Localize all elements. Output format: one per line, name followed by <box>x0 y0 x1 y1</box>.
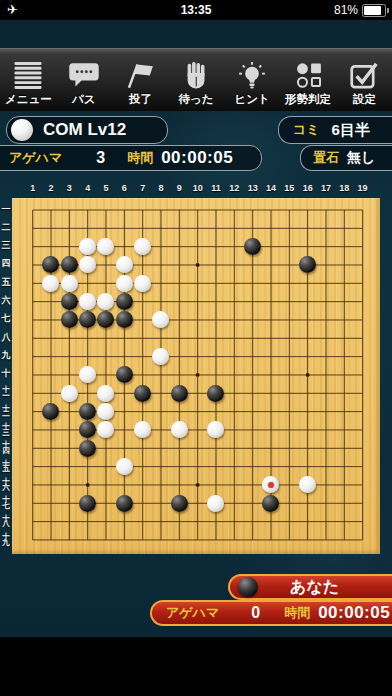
row-label: 十 五 <box>0 461 12 473</box>
komi-bar: コミ 6目半 <box>278 116 392 144</box>
white-time-label: 時間 <box>127 149 153 167</box>
menu-label: メニュー <box>5 92 52 108</box>
black-stone <box>97 311 114 328</box>
column-label: 12 <box>226 183 242 193</box>
black-stone <box>79 421 96 438</box>
row-label: 十 六 <box>0 479 12 491</box>
row-label: 十 二 <box>0 406 12 418</box>
speech-bubble-icon <box>69 62 99 89</box>
bottom-bezel <box>0 637 392 696</box>
undo-label: 待った <box>178 92 213 108</box>
go-board[interactable] <box>12 198 380 554</box>
white-stone <box>79 293 96 310</box>
shapes-icon <box>293 62 323 89</box>
black-captures-label: アゲハマ <box>166 604 219 622</box>
white-captures-bar: アゲハマ 3 時間 00:00:05 <box>0 145 262 171</box>
row-label: 一 <box>0 206 12 213</box>
black-stone <box>207 385 224 402</box>
resign-label: 投了 <box>129 92 152 108</box>
black-player-bar: あなた <box>228 574 392 600</box>
column-label: 15 <box>281 183 297 193</box>
black-stone <box>244 238 261 255</box>
white-stone <box>134 238 151 255</box>
white-player-bar: COM Lv12 <box>6 116 168 144</box>
app-screen: ✈ 13:35 81% メニュー パス 投了 <box>0 0 392 696</box>
black-stone <box>79 495 96 512</box>
column-label: 4 <box>80 183 96 193</box>
battery-icon <box>362 4 386 17</box>
column-label: 7 <box>135 183 151 193</box>
status-bar: ✈ 13:35 81% <box>0 0 392 20</box>
komi-label: コミ <box>293 121 320 139</box>
white-stone <box>116 256 133 273</box>
black-stone <box>79 311 96 328</box>
pass-label: パス <box>72 92 96 108</box>
column-label: 14 <box>263 183 279 193</box>
white-stone <box>299 476 316 493</box>
row-label: 五 <box>0 279 12 286</box>
black-stone <box>42 256 59 273</box>
black-stone <box>61 256 78 273</box>
black-stone <box>79 403 96 420</box>
handicap-value: 無し <box>347 149 375 167</box>
column-label: 11 <box>208 183 224 193</box>
judge-button[interactable]: 形勢判定 <box>280 49 336 111</box>
handicap-bar: 置石 無し <box>300 145 392 171</box>
white-stone <box>79 256 96 273</box>
black-stone <box>116 293 133 310</box>
pass-button[interactable]: パス <box>56 49 112 111</box>
settings-label: 設定 <box>353 92 376 108</box>
black-stone <box>116 366 133 383</box>
column-label: 13 <box>245 183 261 193</box>
column-label: 16 <box>300 183 316 193</box>
white-stone <box>262 476 279 493</box>
row-label: 十 一 <box>0 387 12 399</box>
row-label: 十 三 <box>0 424 12 436</box>
white-time-value: 00:00:05 <box>161 148 233 168</box>
white-captures-value: 3 <box>96 149 105 167</box>
column-label: 8 <box>153 183 169 193</box>
row-label: 三 <box>0 242 12 249</box>
white-stone <box>79 238 96 255</box>
toolbar: メニュー パス 投了 <box>0 48 392 111</box>
black-stone <box>61 311 78 328</box>
white-stone <box>61 275 78 292</box>
row-label: 十 <box>0 370 12 377</box>
stones-layer[interactable] <box>24 201 372 549</box>
white-stone <box>97 421 114 438</box>
hint-label: ヒント <box>234 92 269 108</box>
column-label: 19 <box>355 183 371 193</box>
white-stone <box>152 348 169 365</box>
row-label: 十 九 <box>0 534 12 546</box>
resign-button[interactable]: 投了 <box>112 49 168 111</box>
black-stone <box>134 385 151 402</box>
black-time-value: 00:00:05 <box>318 603 390 623</box>
row-label: 十 四 <box>0 442 12 454</box>
white-stone <box>116 458 133 475</box>
battery-percent: 81% <box>334 3 358 17</box>
row-label: 七 <box>0 315 12 322</box>
white-stone <box>97 403 114 420</box>
white-stone <box>97 385 114 402</box>
black-stone <box>171 495 188 512</box>
row-label: 四 <box>0 260 12 267</box>
white-stone <box>97 293 114 310</box>
lightbulb-icon <box>237 62 267 89</box>
row-label: 二 <box>0 224 12 231</box>
checkbox-icon <box>349 62 379 89</box>
white-stone <box>152 311 169 328</box>
row-label: 十 八 <box>0 516 12 528</box>
column-label: 18 <box>336 183 352 193</box>
white-stone <box>207 421 224 438</box>
black-stone <box>116 495 133 512</box>
black-stone <box>262 495 279 512</box>
black-stone <box>79 440 96 457</box>
black-player-name: あなた <box>290 577 339 598</box>
white-stone <box>61 385 78 402</box>
black-stone <box>299 256 316 273</box>
row-label: 八 <box>0 334 12 341</box>
column-label: 3 <box>61 183 77 193</box>
black-stone-icon <box>238 577 258 597</box>
column-label: 5 <box>98 183 114 193</box>
column-label: 10 <box>190 183 206 193</box>
last-move-marker <box>268 482 274 488</box>
judge-label: 形勢判定 <box>285 92 331 108</box>
row-coordinates: 一二三四五六七八九十十 一十 二十 三十 四十 五十 六十 七十 八十 九 <box>0 198 12 554</box>
menu-button[interactable]: メニュー <box>0 49 56 111</box>
settings-button[interactable]: 設定 <box>336 49 392 111</box>
black-stone <box>61 293 78 310</box>
white-stone <box>97 238 114 255</box>
column-label: 17 <box>318 183 334 193</box>
black-stone <box>116 311 133 328</box>
row-label: 十 七 <box>0 497 12 509</box>
black-captures-bar: アゲハマ 0 時間 00:00:05 <box>150 600 392 626</box>
handicap-label: 置石 <box>313 149 339 167</box>
undo-button[interactable]: 待った <box>168 49 224 111</box>
komi-value: 6目半 <box>332 121 370 140</box>
black-captures-value: 0 <box>251 604 260 622</box>
white-stone <box>134 275 151 292</box>
column-label: 2 <box>43 183 59 193</box>
white-stone <box>116 275 133 292</box>
menu-icon <box>13 62 43 89</box>
hint-button[interactable]: ヒント <box>224 49 280 111</box>
column-label: 1 <box>25 183 41 193</box>
white-stone <box>171 421 188 438</box>
black-stone <box>42 403 59 420</box>
white-stone <box>207 495 224 512</box>
column-label: 6 <box>116 183 132 193</box>
row-label: 六 <box>0 297 12 304</box>
white-stone <box>79 366 96 383</box>
column-label: 9 <box>171 183 187 193</box>
column-coordinates: 12345678910111213141516171819 <box>12 183 380 196</box>
black-stone <box>171 385 188 402</box>
white-captures-label: アゲハマ <box>9 149 62 167</box>
black-time-label: 時間 <box>284 604 310 622</box>
white-player-name: COM Lv12 <box>43 120 126 140</box>
hand-icon <box>181 62 211 89</box>
flag-icon <box>125 62 155 89</box>
white-stone-icon <box>11 119 33 141</box>
white-stone <box>134 421 151 438</box>
row-label: 九 <box>0 352 12 359</box>
white-stone <box>42 275 59 292</box>
